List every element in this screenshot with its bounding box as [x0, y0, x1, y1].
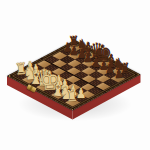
piece-white-rook-h1[interactable]: ♜ [65, 88, 78, 105]
piece-black-pawn-h7[interactable]: ♟ [114, 68, 125, 82]
chess-set-photo: ♜♞♝♛♚♝♞♜♟♟♟♟♟♟♟♟♟♟♟♟♟♟♟♟♜♞♝♛♚♝♞♜ [0, 0, 150, 150]
